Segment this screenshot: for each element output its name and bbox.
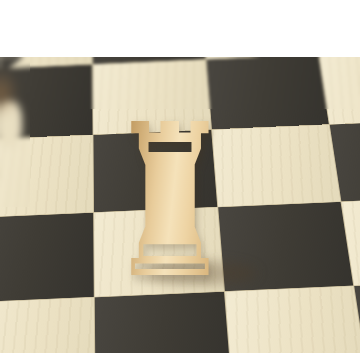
chessboard-photo: ♜ bbox=[0, 57, 360, 353]
board-square-light bbox=[0, 297, 95, 353]
page: ♜ bbox=[0, 0, 360, 360]
board-square-light bbox=[0, 135, 94, 217]
board-square-light bbox=[225, 286, 360, 353]
white-rook-piece: ♜ bbox=[108, 121, 231, 278]
out-of-focus-piece-blur bbox=[0, 70, 18, 116]
board-square-dark bbox=[0, 213, 94, 303]
